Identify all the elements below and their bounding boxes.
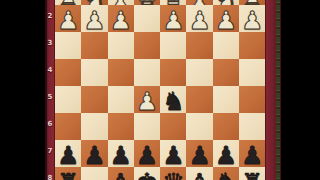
white-pawn[interactable]: ♟ bbox=[55, 7, 81, 34]
square-a3[interactable] bbox=[239, 32, 265, 59]
rank-label-3: 3 bbox=[45, 29, 55, 56]
square-d4[interactable] bbox=[160, 59, 186, 86]
black-queen[interactable]: ♛ bbox=[160, 169, 186, 180]
black-rook[interactable]: ♜ bbox=[239, 169, 265, 180]
square-d5[interactable]: ♞ bbox=[160, 86, 186, 113]
square-c2[interactable]: ♟ bbox=[186, 5, 212, 32]
white-pawn[interactable]: ♟ bbox=[213, 7, 239, 34]
white-pawn[interactable]: ♟ bbox=[134, 88, 160, 115]
square-h8[interactable]: ♜ bbox=[55, 167, 81, 180]
video-frame: 12345678 ♜♞♝♚♛♝♞♜♟♟♟♟♟♟♟♟♞♟♟♟♟♟♟♟♟♜♝♚♛♝♞… bbox=[0, 0, 320, 180]
rank-label-6: 6 bbox=[45, 110, 55, 137]
rank-label-5: 5 bbox=[45, 83, 55, 110]
white-pawn[interactable]: ♟ bbox=[81, 7, 107, 34]
square-f7[interactable]: ♟ bbox=[108, 140, 134, 167]
rank-label-4: 4 bbox=[45, 56, 55, 83]
square-g6[interactable] bbox=[81, 113, 107, 140]
chess-board[interactable]: ♜♞♝♚♛♝♞♜♟♟♟♟♟♟♟♟♞♟♟♟♟♟♟♟♟♜♝♚♛♝♞♜ bbox=[55, 0, 265, 180]
square-d3[interactable] bbox=[160, 32, 186, 59]
square-c7[interactable]: ♟ bbox=[186, 140, 212, 167]
square-h6[interactable] bbox=[55, 113, 81, 140]
square-e3[interactable] bbox=[134, 32, 160, 59]
square-g3[interactable] bbox=[81, 32, 107, 59]
square-d8[interactable]: ♛ bbox=[160, 167, 186, 180]
square-c8[interactable]: ♝ bbox=[186, 167, 212, 180]
black-knight[interactable]: ♞ bbox=[213, 169, 239, 180]
square-b3[interactable] bbox=[213, 32, 239, 59]
rank-label-7: 7 bbox=[45, 137, 55, 164]
square-b2[interactable]: ♟ bbox=[213, 5, 239, 32]
square-a2[interactable]: ♟ bbox=[239, 5, 265, 32]
square-g5[interactable] bbox=[81, 86, 107, 113]
white-pawn[interactable]: ♟ bbox=[239, 7, 265, 34]
black-pawn[interactable]: ♟ bbox=[213, 142, 239, 169]
square-f3[interactable] bbox=[108, 32, 134, 59]
white-pawn[interactable]: ♟ bbox=[160, 7, 186, 34]
square-g2[interactable]: ♟ bbox=[81, 5, 107, 32]
square-b5[interactable] bbox=[213, 86, 239, 113]
white-pawn[interactable]: ♟ bbox=[108, 7, 134, 34]
black-bishop[interactable]: ♝ bbox=[108, 169, 134, 180]
black-pawn[interactable]: ♟ bbox=[81, 142, 107, 169]
white-pawn[interactable]: ♟ bbox=[186, 7, 212, 34]
square-f4[interactable] bbox=[108, 59, 134, 86]
black-knight[interactable]: ♞ bbox=[160, 88, 186, 115]
square-h7[interactable]: ♟ bbox=[55, 140, 81, 167]
rank-label-2: 2 bbox=[45, 2, 55, 29]
square-e4[interactable] bbox=[134, 59, 160, 86]
rank-labels: 12345678 bbox=[45, 0, 55, 180]
square-g7[interactable]: ♟ bbox=[81, 140, 107, 167]
border-trim bbox=[276, 0, 280, 180]
square-h4[interactable] bbox=[55, 59, 81, 86]
black-pawn[interactable]: ♟ bbox=[134, 142, 160, 169]
black-pawn[interactable]: ♟ bbox=[239, 142, 265, 169]
black-bishop[interactable]: ♝ bbox=[186, 169, 212, 180]
square-c4[interactable] bbox=[186, 59, 212, 86]
square-f8[interactable]: ♝ bbox=[108, 167, 134, 180]
square-c3[interactable] bbox=[186, 32, 212, 59]
square-a4[interactable] bbox=[239, 59, 265, 86]
black-pawn[interactable]: ♟ bbox=[186, 142, 212, 169]
black-pawn[interactable]: ♟ bbox=[160, 142, 186, 169]
square-b6[interactable] bbox=[213, 113, 239, 140]
square-e6[interactable] bbox=[134, 113, 160, 140]
square-h5[interactable] bbox=[55, 86, 81, 113]
square-e5[interactable]: ♟ bbox=[134, 86, 160, 113]
square-c5[interactable] bbox=[186, 86, 212, 113]
square-h2[interactable]: ♟ bbox=[55, 5, 81, 32]
square-e7[interactable]: ♟ bbox=[134, 140, 160, 167]
square-g8[interactable] bbox=[81, 167, 107, 180]
square-f5[interactable] bbox=[108, 86, 134, 113]
board-panel: 12345678 ♜♞♝♚♛♝♞♜♟♟♟♟♟♟♟♟♞♟♟♟♟♟♟♟♟♜♝♚♛♝♞… bbox=[45, 0, 281, 180]
square-d6[interactable] bbox=[160, 113, 186, 140]
square-b4[interactable] bbox=[213, 59, 239, 86]
square-a7[interactable]: ♟ bbox=[239, 140, 265, 167]
square-a6[interactable] bbox=[239, 113, 265, 140]
rank-label-8: 8 bbox=[45, 164, 55, 180]
square-b7[interactable]: ♟ bbox=[213, 140, 239, 167]
square-g4[interactable] bbox=[81, 59, 107, 86]
square-a8[interactable]: ♜ bbox=[239, 167, 265, 180]
square-e8[interactable]: ♚ bbox=[134, 167, 160, 180]
square-f6[interactable] bbox=[108, 113, 134, 140]
square-f2[interactable]: ♟ bbox=[108, 5, 134, 32]
square-d2[interactable]: ♟ bbox=[160, 5, 186, 32]
square-h3[interactable] bbox=[55, 32, 81, 59]
square-b8[interactable]: ♞ bbox=[213, 167, 239, 180]
black-pawn[interactable]: ♟ bbox=[108, 142, 134, 169]
black-king[interactable]: ♚ bbox=[134, 169, 160, 180]
black-rook[interactable]: ♜ bbox=[55, 169, 81, 180]
square-c6[interactable] bbox=[186, 113, 212, 140]
square-e2[interactable] bbox=[134, 5, 160, 32]
black-pawn[interactable]: ♟ bbox=[55, 142, 81, 169]
square-a5[interactable] bbox=[239, 86, 265, 113]
square-d7[interactable]: ♟ bbox=[160, 140, 186, 167]
